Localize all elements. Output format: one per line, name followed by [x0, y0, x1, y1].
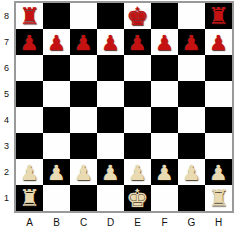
piece-red-pawn[interactable]: ♟ [182, 32, 201, 53]
square-e3[interactable] [124, 133, 151, 159]
square-b4[interactable] [43, 107, 70, 133]
square-h5[interactable] [205, 81, 232, 107]
rank-label-8: 8 [0, 3, 13, 29]
square-e6[interactable] [124, 55, 151, 81]
square-e8[interactable]: ♚ [124, 3, 151, 29]
square-h4[interactable] [205, 107, 232, 133]
square-h6[interactable] [205, 55, 232, 81]
square-g7[interactable]: ♟ [178, 29, 205, 55]
square-f7[interactable]: ♟ [151, 29, 178, 55]
piece-white-pawn[interactable]: ♟ [182, 162, 201, 183]
piece-white-pawn[interactable]: ♟ [101, 162, 120, 183]
square-f2[interactable]: ♟ [151, 159, 178, 185]
square-d2[interactable]: ♟ [97, 159, 124, 185]
file-label-e: E [124, 214, 151, 230]
square-d4[interactable] [97, 107, 124, 133]
rank-label-7: 7 [0, 29, 13, 55]
chess-board: ♜♚♜♟♟♟♟♟♟♟♟♟♟♟♟♟♟♟♟♜♚♜ [14, 1, 234, 213]
rank-label-2: 2 [0, 159, 13, 185]
rank-labels: 87654321 [0, 1, 14, 211]
rank-label-6: 6 [0, 55, 13, 81]
square-c5[interactable] [70, 81, 97, 107]
piece-red-rook[interactable]: ♜ [208, 5, 229, 28]
file-label-f: F [151, 214, 178, 230]
piece-white-rook[interactable]: ♜ [208, 187, 229, 210]
square-a2[interactable]: ♟ [16, 159, 43, 185]
rank-label-5: 5 [0, 81, 13, 107]
square-b2[interactable]: ♟ [43, 159, 70, 185]
piece-white-pawn[interactable]: ♟ [128, 162, 147, 183]
square-d7[interactable]: ♟ [97, 29, 124, 55]
chess-app: 87654321 ♜♚♜♟♟♟♟♟♟♟♟♟♟♟♟♟♟♟♟♜♚♜ ABCDEFGH [0, 0, 237, 233]
square-d5[interactable] [97, 81, 124, 107]
square-a6[interactable] [16, 55, 43, 81]
square-c2[interactable]: ♟ [70, 159, 97, 185]
piece-white-pawn[interactable]: ♟ [47, 162, 66, 183]
file-label-d: D [97, 214, 124, 230]
square-h2[interactable]: ♟ [205, 159, 232, 185]
square-g6[interactable] [178, 55, 205, 81]
file-label-b: B [43, 214, 70, 230]
piece-red-pawn[interactable]: ♟ [128, 32, 147, 53]
piece-red-pawn[interactable]: ♟ [155, 32, 174, 53]
square-f8[interactable] [151, 3, 178, 29]
rank-label-3: 3 [0, 133, 13, 159]
square-d6[interactable] [97, 55, 124, 81]
piece-red-pawn[interactable]: ♟ [47, 32, 66, 53]
piece-red-pawn[interactable]: ♟ [101, 32, 120, 53]
square-f4[interactable] [151, 107, 178, 133]
piece-white-pawn[interactable]: ♟ [74, 162, 93, 183]
square-e4[interactable] [124, 107, 151, 133]
square-b6[interactable] [43, 55, 70, 81]
square-c1[interactable] [70, 185, 97, 211]
square-c8[interactable] [70, 3, 97, 29]
square-g2[interactable]: ♟ [178, 159, 205, 185]
rank-label-4: 4 [0, 107, 13, 133]
file-label-c: C [70, 214, 97, 230]
file-label-a: A [16, 214, 43, 230]
file-label-h: H [205, 214, 232, 230]
square-d1[interactable] [97, 185, 124, 211]
square-b8[interactable] [43, 3, 70, 29]
square-g5[interactable] [178, 81, 205, 107]
square-f5[interactable] [151, 81, 178, 107]
square-b1[interactable] [43, 185, 70, 211]
square-h3[interactable] [205, 133, 232, 159]
square-a4[interactable] [16, 107, 43, 133]
piece-red-pawn[interactable]: ♟ [20, 32, 39, 53]
square-a7[interactable]: ♟ [16, 29, 43, 55]
square-a5[interactable] [16, 81, 43, 107]
square-d3[interactable] [97, 133, 124, 159]
square-f3[interactable] [151, 133, 178, 159]
rank-label-1: 1 [0, 185, 13, 211]
square-a8[interactable]: ♜ [16, 3, 43, 29]
square-a3[interactable] [16, 133, 43, 159]
square-c6[interactable] [70, 55, 97, 81]
piece-red-pawn[interactable]: ♟ [209, 32, 228, 53]
piece-red-king[interactable]: ♚ [126, 4, 148, 29]
square-e2[interactable]: ♟ [124, 159, 151, 185]
square-d8[interactable] [97, 3, 124, 29]
square-g8[interactable] [178, 3, 205, 29]
square-h1[interactable]: ♜ [205, 185, 232, 211]
square-c7[interactable]: ♟ [70, 29, 97, 55]
piece-white-pawn[interactable]: ♟ [20, 162, 39, 183]
square-a1[interactable]: ♜ [16, 185, 43, 211]
piece-red-rook[interactable]: ♜ [19, 5, 40, 28]
square-e1[interactable]: ♚ [124, 185, 151, 211]
square-f1[interactable] [151, 185, 178, 211]
file-labels: ABCDEFGH [16, 214, 237, 230]
square-g3[interactable] [178, 133, 205, 159]
square-g1[interactable] [178, 185, 205, 211]
piece-white-pawn[interactable]: ♟ [155, 162, 174, 183]
square-c3[interactable] [70, 133, 97, 159]
square-f6[interactable] [151, 55, 178, 81]
square-e5[interactable] [124, 81, 151, 107]
piece-red-pawn[interactable]: ♟ [74, 32, 93, 53]
piece-white-king[interactable]: ♚ [126, 186, 148, 211]
square-e7[interactable]: ♟ [124, 29, 151, 55]
square-g4[interactable] [178, 107, 205, 133]
square-h8[interactable]: ♜ [205, 3, 232, 29]
square-b5[interactable] [43, 81, 70, 107]
square-h7[interactable]: ♟ [205, 29, 232, 55]
square-c4[interactable] [70, 107, 97, 133]
file-label-g: G [178, 214, 205, 230]
piece-white-pawn[interactable]: ♟ [209, 162, 228, 183]
piece-white-rook[interactable]: ♜ [19, 187, 40, 210]
square-b3[interactable] [43, 133, 70, 159]
board-area: 87654321 ♜♚♜♟♟♟♟♟♟♟♟♟♟♟♟♟♟♟♟♜♚♜ [0, 0, 237, 213]
square-b7[interactable]: ♟ [43, 29, 70, 55]
